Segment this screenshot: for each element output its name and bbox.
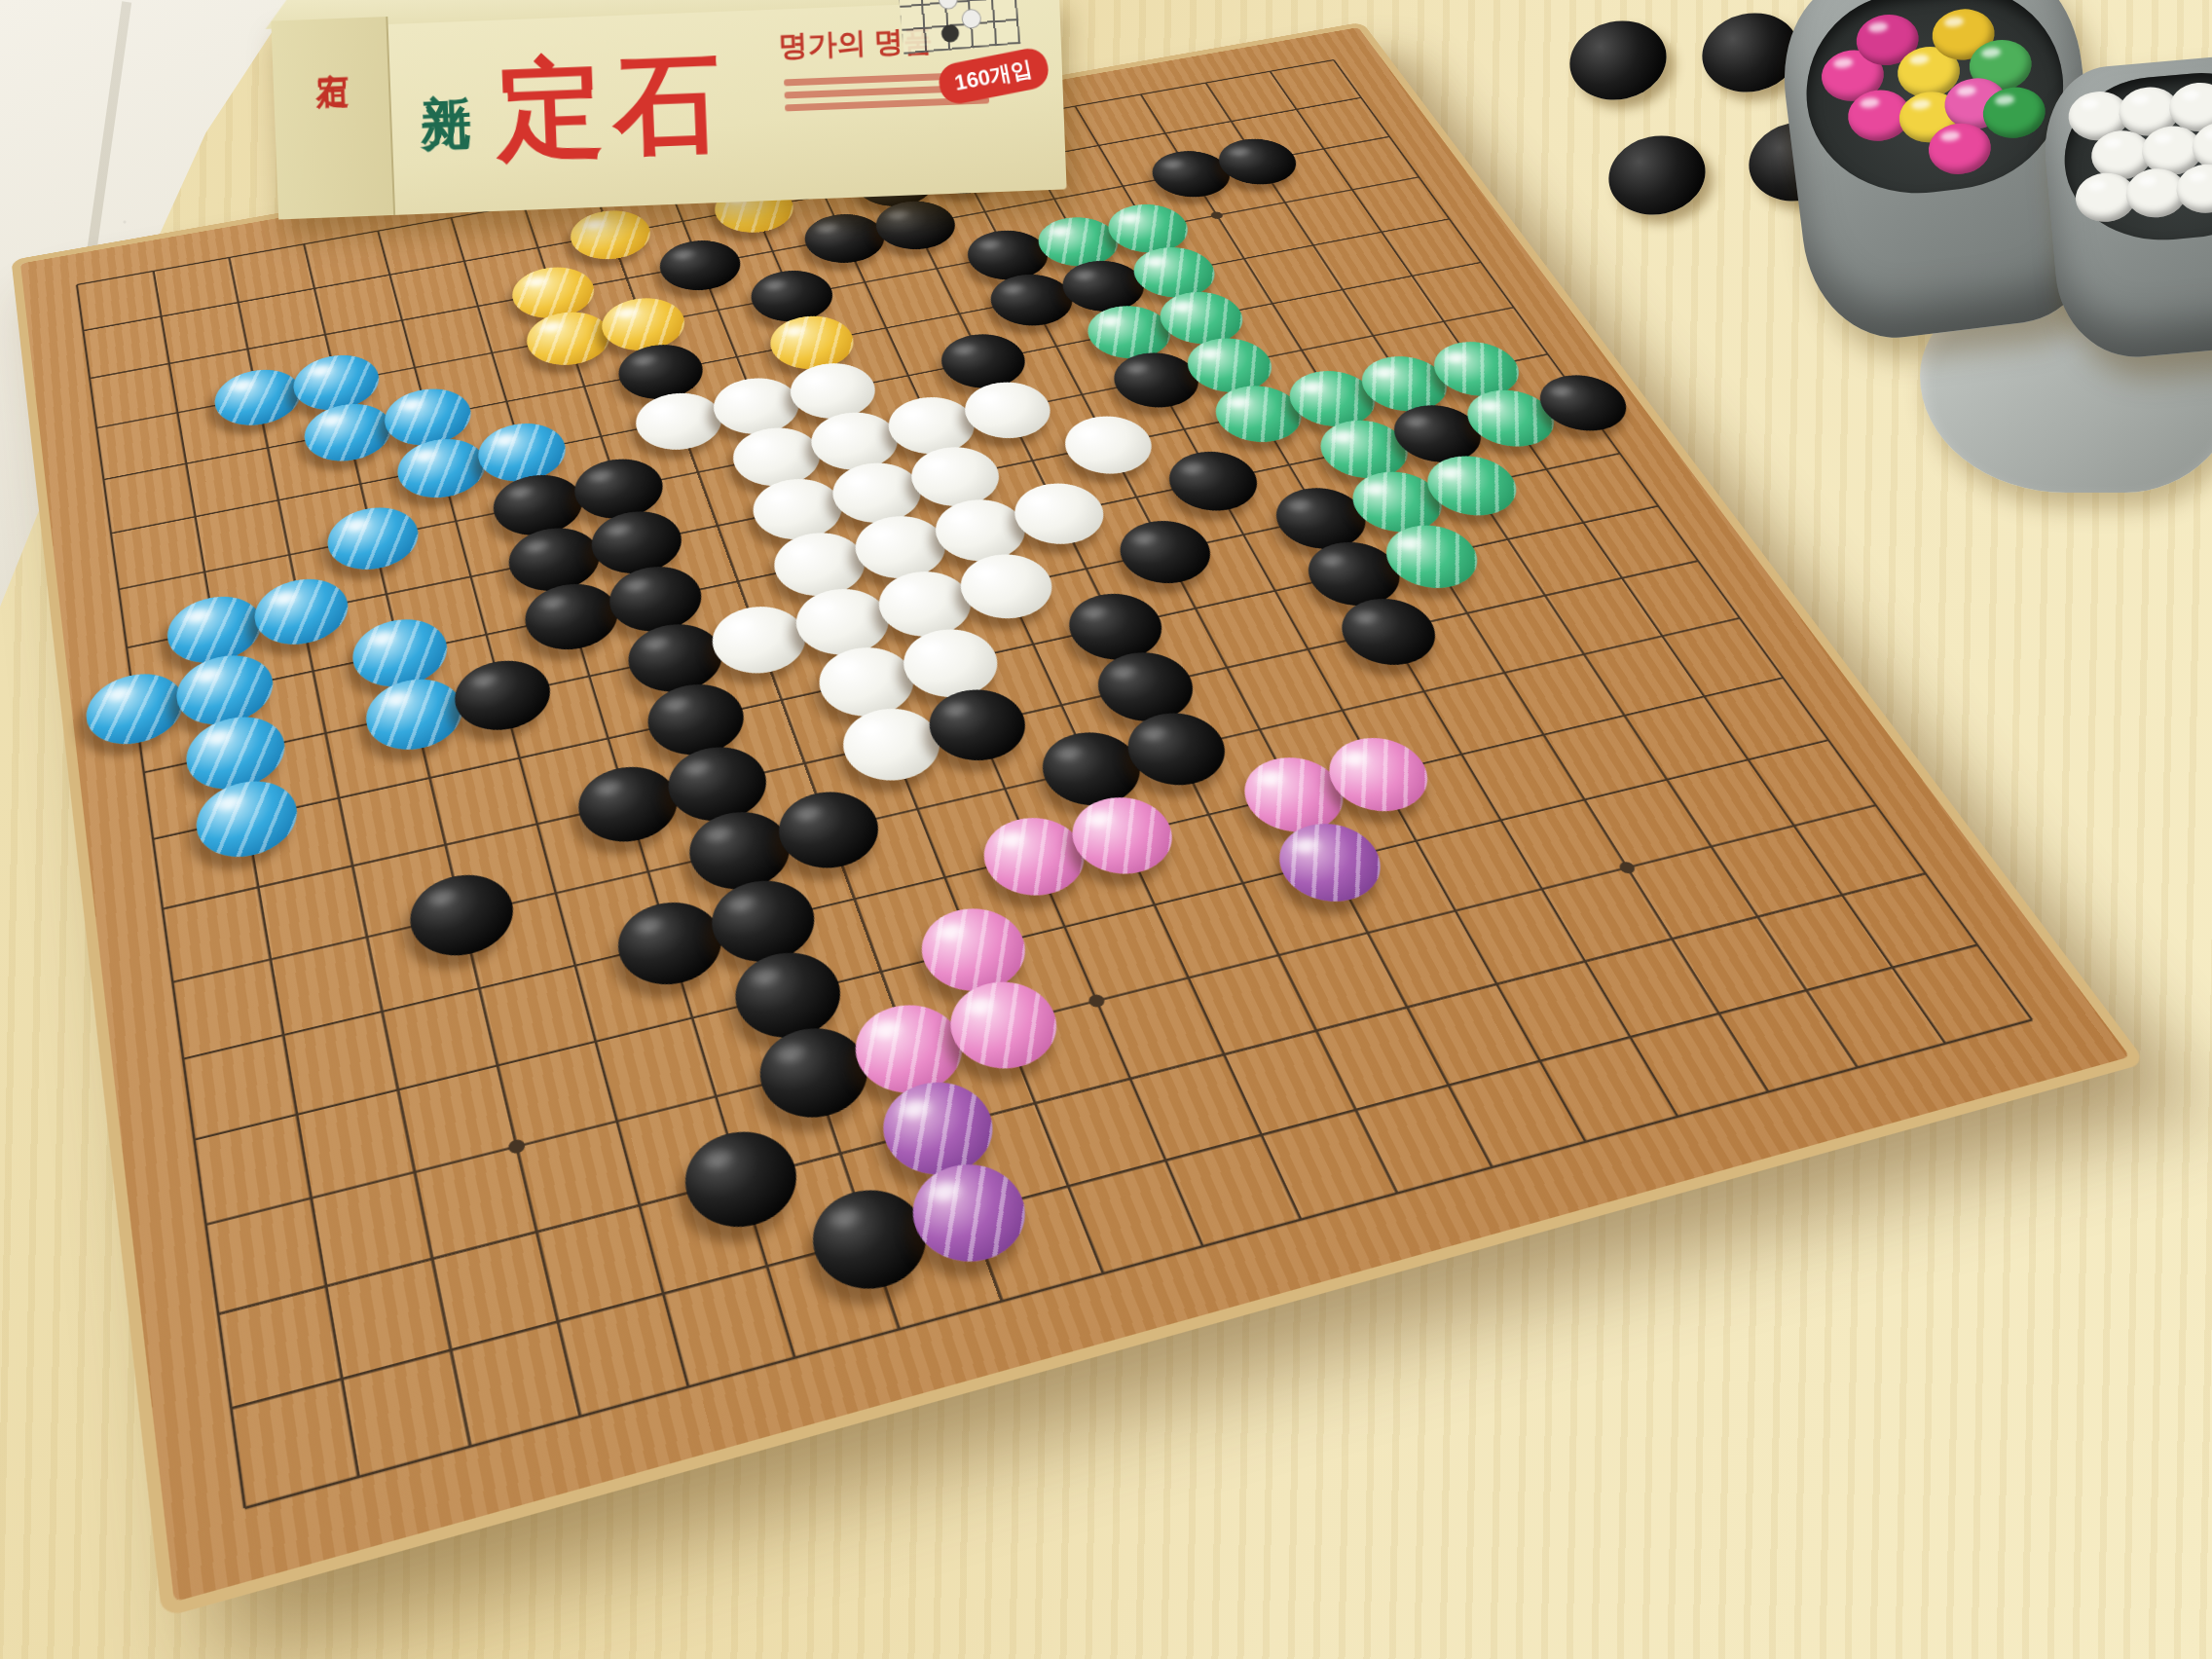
- box-side-title: 定石: [309, 45, 353, 58]
- stone-black[interactable]: [674, 1121, 809, 1239]
- stone-box-side: 定石: [271, 17, 395, 219]
- stone-blue[interactable]: [322, 500, 425, 577]
- stone-black[interactable]: [448, 652, 559, 739]
- stone-yellow[interactable]: [564, 204, 658, 265]
- stone-black[interactable]: [403, 866, 522, 966]
- stone-blue[interactable]: [210, 363, 307, 432]
- box-count-badge: 160개입: [936, 46, 1051, 107]
- table-stone-black[interactable]: [1563, 12, 1674, 108]
- table-stone-black[interactable]: [1602, 127, 1713, 223]
- stone-black[interactable]: [1108, 513, 1224, 591]
- stone-blue[interactable]: [83, 666, 189, 754]
- stone-black[interactable]: [768, 783, 890, 877]
- stone-black[interactable]: [1157, 445, 1271, 519]
- stone-black[interactable]: [652, 235, 750, 297]
- stone-blue[interactable]: [249, 571, 354, 653]
- stone-box[interactable]: 定石 新光 定石 명가의 명품 160개입: [271, 0, 1066, 219]
- stone-black[interactable]: [608, 893, 732, 995]
- photo-scene: 定石 新光 定石 명가의 명품 160개입: [0, 0, 2212, 1659]
- box-title: 定石: [494, 31, 733, 185]
- box-go-diagram: [896, 0, 1020, 55]
- box-brand: 新光: [419, 51, 470, 68]
- stone-black[interactable]: [570, 757, 687, 851]
- stone-white[interactable]: [1054, 410, 1164, 482]
